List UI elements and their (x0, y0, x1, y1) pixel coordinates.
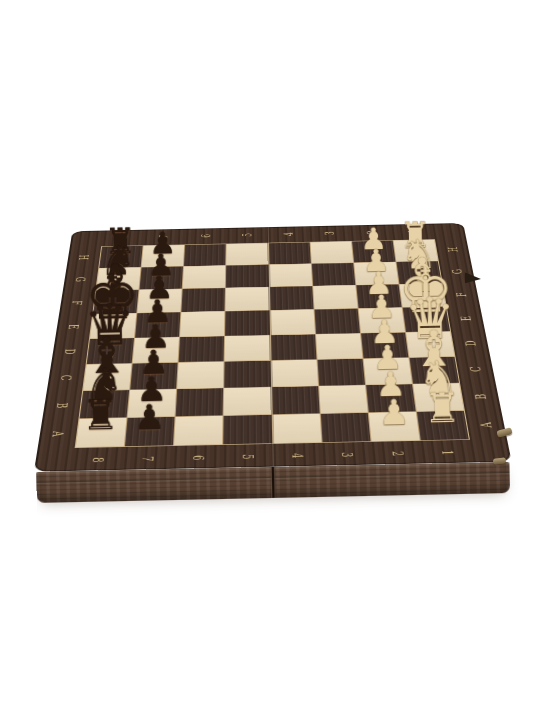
square-e5 (225, 311, 269, 336)
product-photo-page: 87654321 87654321 HGFEDCBA HGFEDCBA ♜♟♟♜… (0, 0, 540, 720)
square-h5 (227, 243, 268, 265)
square-b4 (272, 386, 320, 414)
coord-label-bottom-5: 5 (236, 441, 259, 472)
coord-label-bottom-3: 3 (335, 439, 361, 470)
square-a4 (272, 414, 321, 443)
chess-board: 87654321 87654321 HGFEDCBA HGFEDCBA ♜♟♟♜… (34, 223, 512, 472)
square-a7: ♟ (125, 417, 175, 446)
square-g5 (226, 265, 268, 288)
square-h4 (269, 242, 311, 264)
coord-label-bottom-1: 1 (433, 437, 461, 468)
square-d4 (271, 334, 317, 360)
black-pawn-a7: ♟ (74, 398, 226, 436)
coord-label-bottom-6: 6 (185, 443, 209, 474)
white-rook-a1: ♜ (366, 386, 518, 430)
square-a5 (224, 415, 272, 444)
chess-set-photo: 87654321 87654321 HGFEDCBA HGFEDCBA ♜♟♟♜… (0, 0, 540, 720)
square-b5 (224, 387, 271, 415)
coord-label-bottom-2: 2 (384, 438, 411, 469)
coord-label-bottom-4: 4 (285, 440, 309, 471)
square-e4 (270, 310, 315, 335)
square-f5 (226, 287, 269, 311)
square-c4 (271, 360, 318, 387)
coord-label-bottom-8: 8 (85, 445, 112, 476)
box-hinge-gap (271, 467, 276, 498)
square-a1: ♜ (417, 411, 469, 440)
coord-label-bottom-7: 7 (135, 444, 160, 475)
square-c5 (225, 361, 271, 388)
square-d5 (225, 335, 270, 361)
square-f4 (269, 286, 313, 310)
square-g4 (269, 264, 312, 287)
